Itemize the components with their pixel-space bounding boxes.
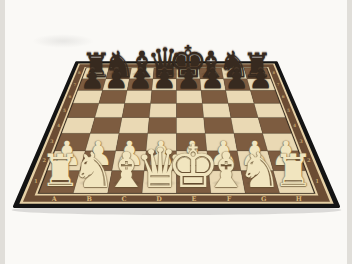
black-pawn-d7[interactable]: ♟ (152, 65, 176, 92)
rank-label-right: 1 (315, 178, 319, 184)
rank-label-right: 5 (287, 108, 290, 113)
square-c4[interactable] (119, 117, 149, 133)
square-b5[interactable] (95, 103, 125, 117)
square-d4[interactable] (148, 117, 177, 133)
square-c5[interactable] (122, 103, 151, 117)
square-h5[interactable] (254, 103, 285, 117)
chess-board-scene: ABCDEFGHABCDEFGH1122334455667788 ♜♞♝♛♚♝♞… (0, 0, 352, 264)
black-pawn-e7[interactable]: ♟ (176, 65, 200, 92)
black-pawn-b7[interactable]: ♟ (104, 65, 128, 92)
square-g4[interactable] (231, 117, 263, 133)
black-pawn-g7[interactable]: ♟ (225, 65, 249, 92)
black-pawn-f7[interactable]: ♟ (200, 65, 224, 92)
rank-label-left: 4 (57, 123, 60, 128)
rank-label-right: 8 (272, 70, 275, 75)
black-pawn-c7[interactable]: ♟ (128, 65, 152, 92)
square-b4[interactable] (90, 117, 122, 133)
square-f4[interactable] (204, 117, 234, 133)
square-a5[interactable] (68, 103, 99, 117)
square-e4[interactable] (177, 117, 206, 133)
rank-label-left: 5 (63, 108, 66, 113)
square-h4[interactable] (258, 117, 291, 133)
black-pawn-h7[interactable]: ♟ (249, 65, 273, 92)
white-rook-h1[interactable]: ♜ (273, 149, 313, 194)
square-e5[interactable] (177, 103, 204, 117)
rank-label-left: 1 (34, 178, 38, 184)
rank-label-right: 6 (282, 94, 285, 99)
square-a4[interactable] (62, 117, 95, 133)
square-f5[interactable] (202, 103, 231, 117)
rank-label-left: 6 (68, 94, 71, 99)
square-d5[interactable] (149, 103, 176, 117)
black-pawn-a7[interactable]: ♟ (80, 65, 104, 92)
page-background: ABCDEFGHABCDEFGH1122334455667788 ♜♞♝♛♚♝♞… (0, 0, 352, 264)
rank-label-right: 7 (277, 82, 280, 87)
square-g5[interactable] (228, 103, 258, 117)
rank-label-left: 7 (73, 82, 76, 87)
rank-label-right: 4 (293, 123, 296, 128)
